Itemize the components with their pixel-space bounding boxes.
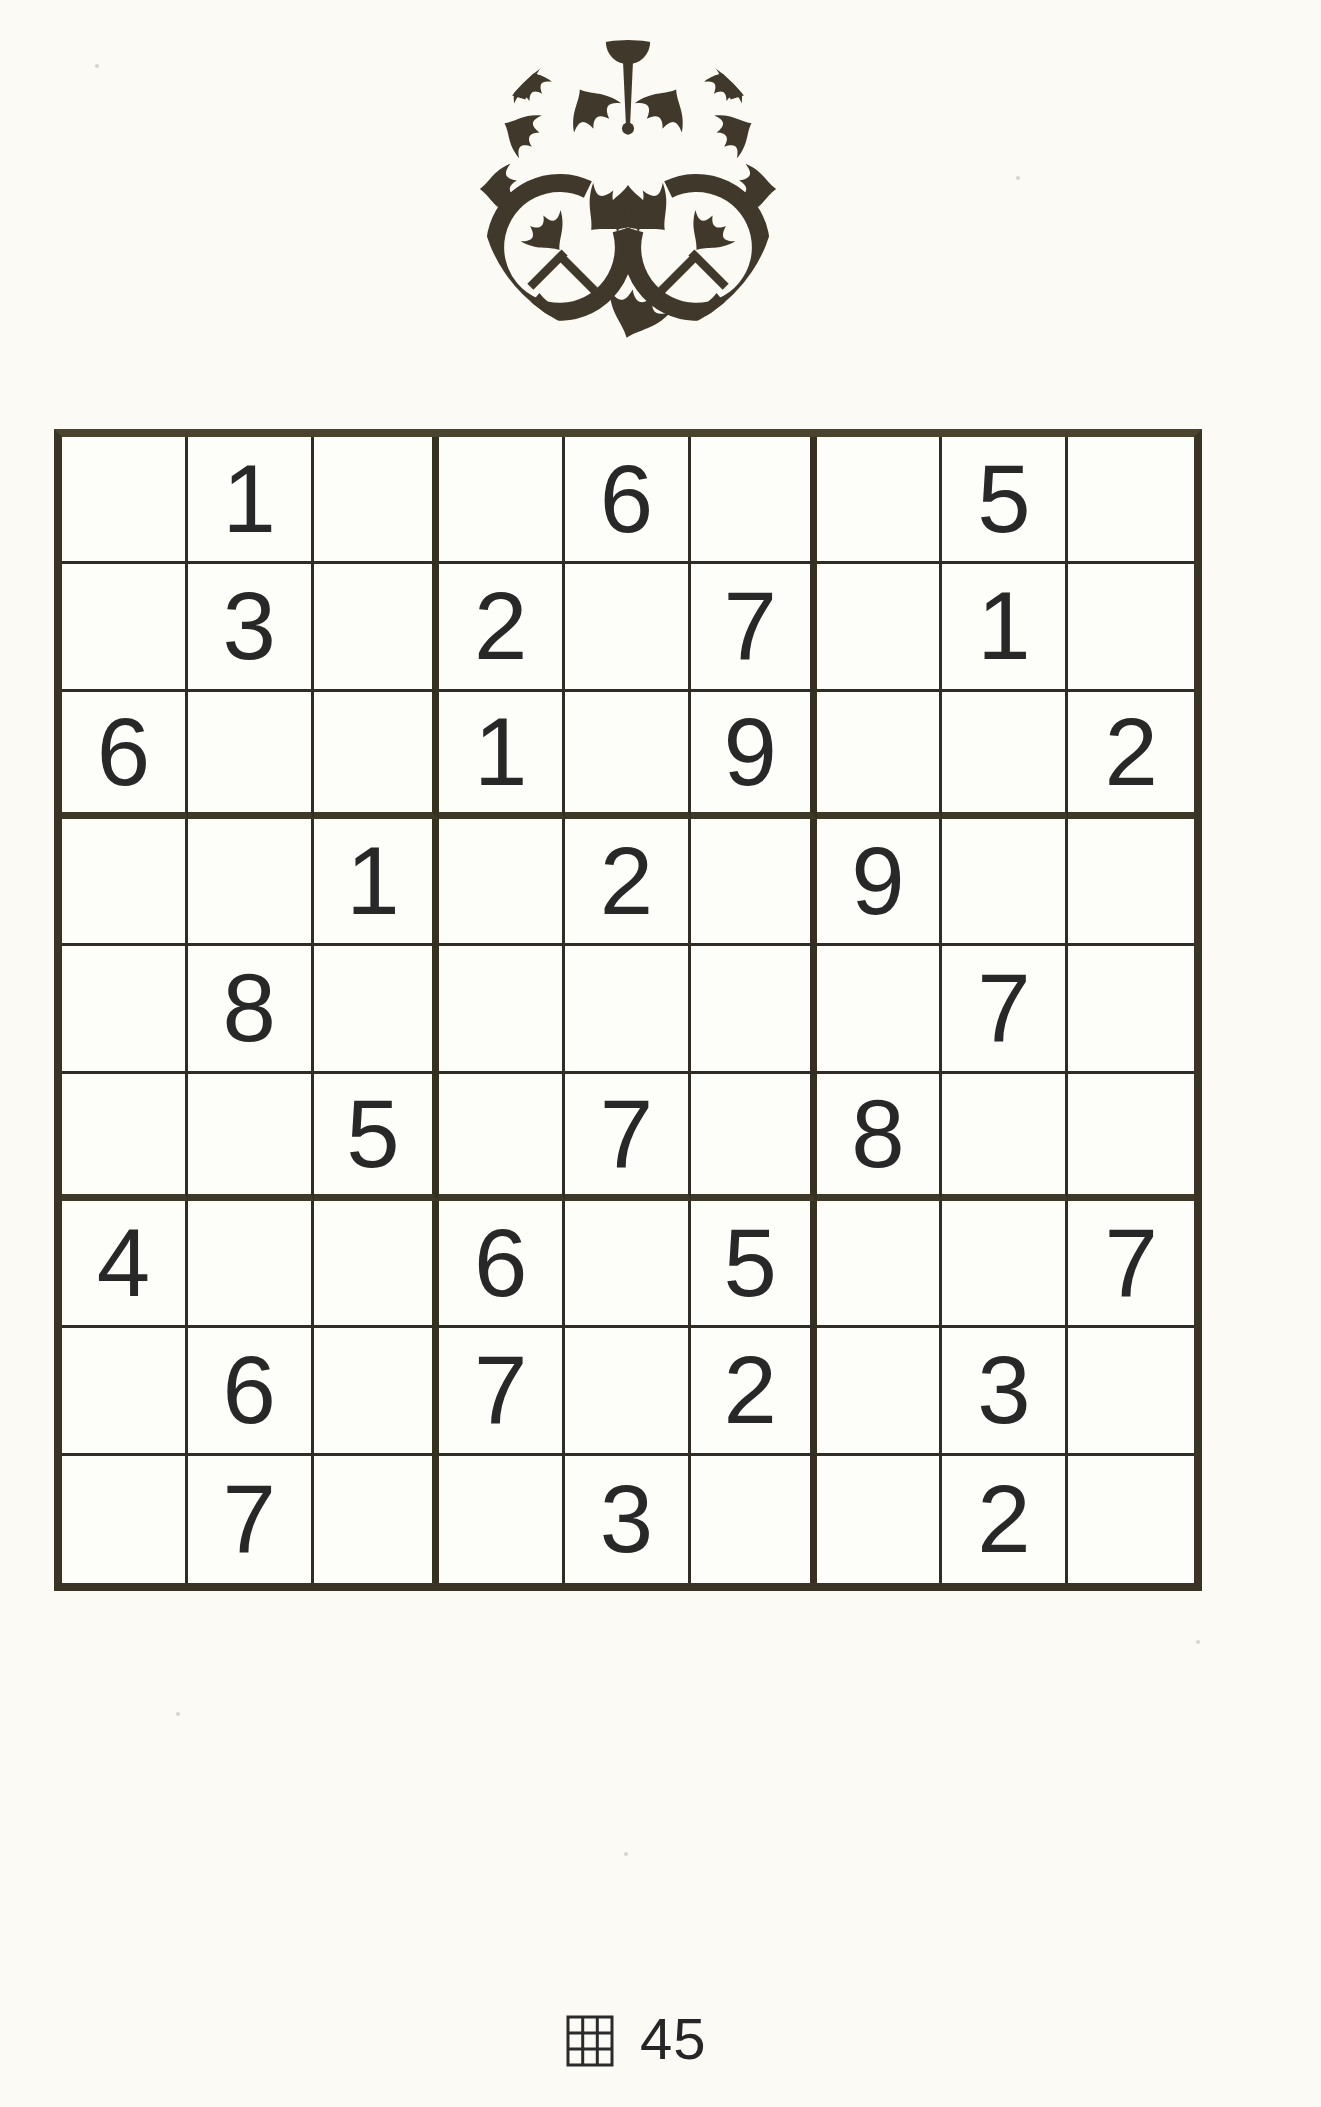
sudoku-cell-r9c2: 7 bbox=[188, 1456, 314, 1583]
sudoku-board-area: 165327161921298757846576723732 bbox=[54, 429, 1202, 1591]
sudoku-cell-r2c4: 2 bbox=[439, 564, 565, 691]
sudoku-cell-r1c4[interactable] bbox=[439, 437, 565, 564]
page-number: 45 bbox=[640, 2010, 707, 2072]
sudoku-cell-r6c8[interactable] bbox=[942, 1074, 1068, 1201]
sudoku-cell-r7c3[interactable] bbox=[314, 1201, 440, 1328]
sudoku-cell-r6c7: 8 bbox=[817, 1074, 943, 1201]
sudoku-cell-r5c1[interactable] bbox=[62, 946, 188, 1073]
sudoku-cell-r8c9[interactable] bbox=[1068, 1328, 1194, 1455]
sudoku-cell-r8c8: 3 bbox=[942, 1328, 1068, 1455]
sudoku-cell-r2c1[interactable] bbox=[62, 564, 188, 691]
sudoku-cell-r1c5: 6 bbox=[565, 437, 691, 564]
sudoku-cell-r9c3[interactable] bbox=[314, 1456, 440, 1583]
sudoku-cell-r7c7[interactable] bbox=[817, 1201, 943, 1328]
sudoku-cell-r4c7: 9 bbox=[817, 819, 943, 946]
sudoku-cell-r4c6[interactable] bbox=[691, 819, 817, 946]
circular-floral-ornament-icon bbox=[477, 38, 779, 340]
sudoku-cell-r9c1[interactable] bbox=[62, 1456, 188, 1583]
sudoku-cell-r6c1[interactable] bbox=[62, 1074, 188, 1201]
sudoku-cell-r3c7[interactable] bbox=[817, 692, 943, 819]
sudoku-cell-r7c8[interactable] bbox=[942, 1201, 1068, 1328]
sudoku-cell-r1c9[interactable] bbox=[1068, 437, 1194, 564]
sudoku-cell-r3c8[interactable] bbox=[942, 692, 1068, 819]
sudoku-cell-r3c4: 1 bbox=[439, 692, 565, 819]
page-footer: 45 bbox=[566, 2010, 707, 2072]
sudoku-cell-r9c4[interactable] bbox=[439, 1456, 565, 1583]
sudoku-cell-r1c3[interactable] bbox=[314, 437, 440, 564]
sudoku-cell-r8c7[interactable] bbox=[817, 1328, 943, 1455]
sudoku-cell-r4c5: 2 bbox=[565, 819, 691, 946]
sudoku-cell-r8c3[interactable] bbox=[314, 1328, 440, 1455]
sudoku-cell-r6c9[interactable] bbox=[1068, 1074, 1194, 1201]
sudoku-cell-r2c7[interactable] bbox=[817, 564, 943, 691]
sudoku-cell-r1c8: 5 bbox=[942, 437, 1068, 564]
sudoku-cell-r7c9: 7 bbox=[1068, 1201, 1194, 1328]
sudoku-cell-r5c3[interactable] bbox=[314, 946, 440, 1073]
sudoku-cell-r6c3: 5 bbox=[314, 1074, 440, 1201]
sudoku-cell-r2c8: 1 bbox=[942, 564, 1068, 691]
sudoku-cell-r7c1: 4 bbox=[62, 1201, 188, 1328]
sudoku-cell-r3c3[interactable] bbox=[314, 692, 440, 819]
sudoku-cell-r9c7[interactable] bbox=[817, 1456, 943, 1583]
sudoku-cell-r7c5[interactable] bbox=[565, 1201, 691, 1328]
sudoku-cell-r8c5[interactable] bbox=[565, 1328, 691, 1455]
sudoku-cell-r9c9[interactable] bbox=[1068, 1456, 1194, 1583]
sudoku-cell-r5c6[interactable] bbox=[691, 946, 817, 1073]
sudoku-cell-r2c3[interactable] bbox=[314, 564, 440, 691]
mini-grid-icon bbox=[566, 2015, 614, 2067]
scan-speck bbox=[1196, 1640, 1200, 1644]
sudoku-cell-r3c6: 9 bbox=[691, 692, 817, 819]
book-page: 165327161921298757846576723732 45 bbox=[0, 0, 1321, 2107]
sudoku-cell-r4c2[interactable] bbox=[188, 819, 314, 946]
sudoku-cell-r5c4[interactable] bbox=[439, 946, 565, 1073]
sudoku-cell-r9c5: 3 bbox=[565, 1456, 691, 1583]
sudoku-cell-r7c6: 5 bbox=[691, 1201, 817, 1328]
sudoku-cell-r8c6: 2 bbox=[691, 1328, 817, 1455]
sudoku-cell-r4c4[interactable] bbox=[439, 819, 565, 946]
sudoku-cell-r9c8: 2 bbox=[942, 1456, 1068, 1583]
sudoku-cell-r3c2[interactable] bbox=[188, 692, 314, 819]
scan-speck bbox=[95, 64, 99, 68]
sudoku-cell-r5c8: 7 bbox=[942, 946, 1068, 1073]
sudoku-grid: 165327161921298757846576723732 bbox=[54, 429, 1202, 1591]
sudoku-cell-r9c6[interactable] bbox=[691, 1456, 817, 1583]
scan-speck bbox=[1016, 176, 1020, 180]
sudoku-cell-r6c4[interactable] bbox=[439, 1074, 565, 1201]
sudoku-cell-r8c1[interactable] bbox=[62, 1328, 188, 1455]
sudoku-cell-r8c4: 7 bbox=[439, 1328, 565, 1455]
sudoku-cell-r4c3: 1 bbox=[314, 819, 440, 946]
sudoku-cell-r2c6: 7 bbox=[691, 564, 817, 691]
sudoku-cell-r2c5[interactable] bbox=[565, 564, 691, 691]
sudoku-cell-r5c5[interactable] bbox=[565, 946, 691, 1073]
scan-speck bbox=[176, 1712, 180, 1716]
sudoku-cell-r8c2: 6 bbox=[188, 1328, 314, 1455]
sudoku-cell-r1c1[interactable] bbox=[62, 437, 188, 564]
sudoku-cell-r3c5[interactable] bbox=[565, 692, 691, 819]
sudoku-cell-r4c9[interactable] bbox=[1068, 819, 1194, 946]
sudoku-cell-r6c6[interactable] bbox=[691, 1074, 817, 1201]
sudoku-cell-r2c2: 3 bbox=[188, 564, 314, 691]
sudoku-cell-r6c2[interactable] bbox=[188, 1074, 314, 1201]
sudoku-cell-r5c9[interactable] bbox=[1068, 946, 1194, 1073]
sudoku-cell-r4c8[interactable] bbox=[942, 819, 1068, 946]
sudoku-cell-r3c1: 6 bbox=[62, 692, 188, 819]
sudoku-cell-r4c1[interactable] bbox=[62, 819, 188, 946]
sudoku-cell-r5c7[interactable] bbox=[817, 946, 943, 1073]
sudoku-cell-r3c9: 2 bbox=[1068, 692, 1194, 819]
sudoku-cell-r5c2: 8 bbox=[188, 946, 314, 1073]
sudoku-cell-r7c2[interactable] bbox=[188, 1201, 314, 1328]
sudoku-cell-r7c4: 6 bbox=[439, 1201, 565, 1328]
sudoku-cell-r1c6[interactable] bbox=[691, 437, 817, 564]
sudoku-cell-r2c9[interactable] bbox=[1068, 564, 1194, 691]
sudoku-cell-r6c5: 7 bbox=[565, 1074, 691, 1201]
sudoku-cell-r1c7[interactable] bbox=[817, 437, 943, 564]
scan-speck bbox=[624, 1852, 628, 1856]
sudoku-cell-r1c2: 1 bbox=[188, 437, 314, 564]
